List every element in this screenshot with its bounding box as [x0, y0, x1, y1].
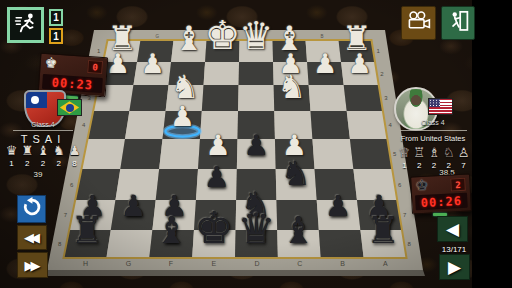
previous-move-icon: ◀ [446, 221, 459, 238]
tray-piece-icon: ♘ [443, 146, 455, 159]
black-captured-tray: ♕ 1♖ 2♗ 2♘ 2♙ 7 [397, 146, 471, 170]
rewind-button[interactable]: ◀◀ [17, 225, 47, 250]
white-captured-tray: ♛ 1♜ 2♝ 2♞ 2♟ 8 [4, 144, 82, 168]
tray-piece-icon: ♙ [458, 146, 470, 159]
exit-button[interactable] [441, 6, 475, 40]
piece-white-pawn[interactable]: ♟ [205, 132, 230, 160]
tray-piece-count: 1 [9, 159, 13, 168]
piece-white-pawn[interactable]: ♟ [106, 51, 130, 78]
tray-piece-icon: ♛ [6, 144, 18, 157]
black-clock: ♚ 2 00:26 [410, 173, 472, 214]
black-clock-badge: 2 [450, 178, 466, 192]
badge-bottom-value: 1 [53, 31, 59, 42]
piece-white-pawn[interactable]: ♟ [170, 103, 195, 131]
move-counter: 13/171 [436, 245, 472, 254]
piece-black-bishop[interactable]: ♝ [156, 213, 189, 250]
white-clock-badge: 0 [87, 60, 103, 74]
white-material-score: 39 [6, 170, 70, 179]
white-player-class: Class 4 [10, 121, 76, 128]
fast-forward-button[interactable]: ▶▶ [17, 252, 48, 278]
piece-white-pawn[interactable]: ♟ [140, 51, 164, 78]
piece-white-bishop[interactable]: ♝ [174, 22, 204, 55]
piece-black-pawn[interactable]: ♟ [204, 162, 230, 190]
record-video-button[interactable] [401, 6, 436, 40]
tray-piece-count: 8 [72, 159, 76, 168]
tray-piece-icon: ♜ [21, 144, 33, 157]
next-move-button[interactable]: ▶ [439, 254, 470, 280]
previous-move-button[interactable]: ◀ [437, 216, 468, 242]
divider [13, 130, 73, 131]
tray-piece-icon: ♝ [37, 144, 49, 157]
united-states-flag [428, 98, 453, 115]
fast-forward-icon: ▶▶ [25, 259, 37, 272]
tray-piece-count: 2 [57, 159, 61, 168]
piece-black-bishop[interactable]: ♝ [282, 213, 315, 250]
piece-black-pawn[interactable]: ♟ [244, 132, 269, 160]
restart-icon [21, 196, 43, 222]
tray-piece-icon: ♟ [69, 144, 81, 157]
black-player-origin: From United States [390, 134, 476, 143]
tray-piece-icon: ♗ [428, 146, 440, 159]
restart-button[interactable] [17, 195, 46, 223]
tray-piece-count: 1 [402, 161, 406, 170]
piece-black-pawn[interactable]: ♟ [325, 192, 351, 221]
piece-black-king[interactable]: ♚ [195, 206, 234, 250]
brazil-flag [57, 99, 82, 116]
tray-piece-icon: ♕ [399, 146, 411, 159]
piece-black-knight[interactable]: ♞ [281, 157, 311, 191]
speed-button[interactable] [7, 7, 44, 43]
badge-bottom: 1 [49, 28, 63, 44]
divider [400, 130, 467, 131]
runner-icon [14, 11, 38, 39]
black-clock-time: 00:26 [420, 193, 462, 209]
piece-white-queen[interactable]: ♛ [239, 17, 273, 55]
tray-piece-count: 2 [25, 159, 29, 168]
piece-black-rook[interactable]: ♜ [367, 213, 400, 250]
piece-white-knight[interactable]: ♞ [277, 71, 306, 103]
piece-black-queen[interactable]: ♛ [238, 208, 275, 250]
piece-white-king[interactable]: ♚ [205, 15, 241, 55]
rewind-icon: ◀◀ [24, 231, 36, 244]
video-camera-icon [406, 10, 432, 36]
piece-white-knight[interactable]: ♞ [170, 71, 199, 103]
piece-white-pawn[interactable]: ♟ [347, 51, 371, 78]
tray-piece-count: 2 [41, 159, 45, 168]
black-player-class: Class 4 [398, 119, 468, 126]
badge-top-value: 1 [53, 12, 59, 23]
piece-white-pawn[interactable]: ♟ [313, 51, 337, 78]
exit-door-icon [446, 9, 470, 37]
badge-top: 1 [49, 9, 63, 26]
app-screen: HHGGFFEEDDCCBBAA1122334455667788 ♜♝♛♚♝♜♟… [0, 0, 512, 288]
next-move-icon: ▶ [448, 259, 461, 276]
white-king-icon: ♚ [44, 55, 58, 70]
black-king-icon: ♚ [415, 178, 428, 193]
tray-piece-icon: ♖ [413, 146, 425, 159]
tray-piece-icon: ♞ [53, 144, 65, 157]
piece-black-pawn[interactable]: ♟ [121, 192, 147, 221]
piece-black-rook[interactable]: ♜ [71, 213, 104, 250]
